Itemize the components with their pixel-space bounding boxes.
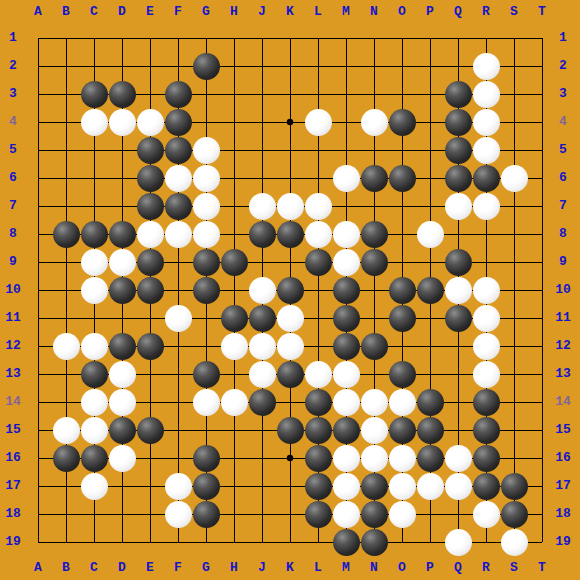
intersection[interactable] bbox=[52, 528, 80, 556]
intersection[interactable] bbox=[164, 52, 192, 80]
intersection[interactable] bbox=[220, 248, 248, 276]
intersection[interactable] bbox=[248, 444, 276, 472]
intersection[interactable] bbox=[220, 388, 248, 416]
intersection[interactable] bbox=[332, 136, 360, 164]
intersection[interactable] bbox=[192, 248, 220, 276]
intersection[interactable] bbox=[24, 332, 52, 360]
intersection[interactable] bbox=[164, 360, 192, 388]
intersection[interactable] bbox=[332, 416, 360, 444]
intersection[interactable] bbox=[500, 472, 528, 500]
intersection[interactable] bbox=[136, 332, 164, 360]
intersection[interactable] bbox=[444, 192, 472, 220]
intersection[interactable] bbox=[276, 24, 304, 52]
intersection[interactable] bbox=[164, 136, 192, 164]
intersection[interactable] bbox=[24, 52, 52, 80]
intersection[interactable] bbox=[248, 220, 276, 248]
intersection[interactable] bbox=[52, 108, 80, 136]
intersection[interactable] bbox=[500, 500, 528, 528]
intersection[interactable] bbox=[472, 24, 500, 52]
intersection[interactable] bbox=[360, 24, 388, 52]
intersection[interactable] bbox=[52, 276, 80, 304]
intersection[interactable] bbox=[52, 192, 80, 220]
intersection[interactable] bbox=[332, 528, 360, 556]
intersection[interactable] bbox=[108, 24, 136, 52]
intersection[interactable] bbox=[52, 360, 80, 388]
intersection[interactable] bbox=[276, 444, 304, 472]
intersection[interactable] bbox=[248, 472, 276, 500]
intersection[interactable] bbox=[472, 528, 500, 556]
intersection[interactable] bbox=[416, 220, 444, 248]
intersection[interactable] bbox=[388, 52, 416, 80]
intersection[interactable] bbox=[80, 360, 108, 388]
intersection[interactable] bbox=[360, 276, 388, 304]
intersection[interactable] bbox=[220, 304, 248, 332]
intersection[interactable] bbox=[332, 304, 360, 332]
intersection[interactable] bbox=[472, 108, 500, 136]
intersection[interactable] bbox=[24, 304, 52, 332]
intersection[interactable] bbox=[500, 24, 528, 52]
intersection[interactable] bbox=[276, 416, 304, 444]
intersection[interactable] bbox=[192, 192, 220, 220]
intersection[interactable] bbox=[360, 108, 388, 136]
intersection[interactable] bbox=[276, 192, 304, 220]
intersection[interactable] bbox=[164, 80, 192, 108]
intersection[interactable] bbox=[472, 472, 500, 500]
intersection[interactable] bbox=[108, 136, 136, 164]
intersection[interactable] bbox=[388, 192, 416, 220]
intersection[interactable] bbox=[444, 388, 472, 416]
intersection[interactable] bbox=[472, 80, 500, 108]
intersection[interactable] bbox=[416, 192, 444, 220]
intersection[interactable] bbox=[108, 220, 136, 248]
intersection[interactable] bbox=[276, 360, 304, 388]
intersection[interactable] bbox=[192, 24, 220, 52]
intersection[interactable] bbox=[248, 388, 276, 416]
intersection[interactable] bbox=[388, 248, 416, 276]
intersection[interactable] bbox=[220, 220, 248, 248]
intersection[interactable] bbox=[472, 220, 500, 248]
intersection[interactable] bbox=[472, 136, 500, 164]
intersection[interactable] bbox=[248, 248, 276, 276]
intersection[interactable] bbox=[416, 248, 444, 276]
intersection[interactable] bbox=[192, 472, 220, 500]
intersection[interactable] bbox=[500, 192, 528, 220]
intersection[interactable] bbox=[248, 136, 276, 164]
intersection[interactable] bbox=[220, 164, 248, 192]
intersection[interactable] bbox=[24, 164, 52, 192]
intersection[interactable] bbox=[416, 444, 444, 472]
intersection[interactable] bbox=[248, 528, 276, 556]
intersection[interactable] bbox=[52, 388, 80, 416]
intersection[interactable] bbox=[52, 500, 80, 528]
intersection[interactable] bbox=[332, 220, 360, 248]
intersection[interactable] bbox=[360, 416, 388, 444]
intersection[interactable] bbox=[164, 472, 192, 500]
intersection[interactable] bbox=[136, 136, 164, 164]
intersection[interactable] bbox=[52, 24, 80, 52]
intersection[interactable] bbox=[108, 192, 136, 220]
intersection[interactable] bbox=[248, 416, 276, 444]
intersection[interactable] bbox=[136, 24, 164, 52]
intersection[interactable] bbox=[500, 164, 528, 192]
intersection[interactable] bbox=[444, 528, 472, 556]
intersection[interactable] bbox=[220, 528, 248, 556]
intersection[interactable] bbox=[108, 360, 136, 388]
intersection[interactable] bbox=[444, 80, 472, 108]
intersection[interactable] bbox=[108, 528, 136, 556]
intersection[interactable] bbox=[472, 52, 500, 80]
intersection[interactable] bbox=[192, 164, 220, 192]
intersection[interactable] bbox=[304, 164, 332, 192]
intersection[interactable] bbox=[80, 388, 108, 416]
intersection[interactable] bbox=[276, 388, 304, 416]
intersection[interactable] bbox=[276, 164, 304, 192]
intersection[interactable] bbox=[304, 248, 332, 276]
intersection[interactable] bbox=[472, 444, 500, 472]
intersection[interactable] bbox=[500, 276, 528, 304]
intersection[interactable] bbox=[108, 416, 136, 444]
intersection[interactable] bbox=[164, 444, 192, 472]
intersection[interactable] bbox=[332, 444, 360, 472]
intersection[interactable] bbox=[388, 24, 416, 52]
intersection[interactable] bbox=[444, 276, 472, 304]
intersection[interactable] bbox=[388, 136, 416, 164]
intersection[interactable] bbox=[304, 304, 332, 332]
intersection[interactable] bbox=[136, 360, 164, 388]
intersection[interactable] bbox=[416, 52, 444, 80]
intersection[interactable] bbox=[444, 220, 472, 248]
intersection[interactable] bbox=[332, 332, 360, 360]
intersection[interactable] bbox=[164, 220, 192, 248]
intersection[interactable] bbox=[24, 388, 52, 416]
intersection[interactable] bbox=[332, 500, 360, 528]
intersection[interactable] bbox=[192, 332, 220, 360]
intersection[interactable] bbox=[500, 52, 528, 80]
intersection[interactable] bbox=[52, 136, 80, 164]
intersection[interactable] bbox=[80, 136, 108, 164]
intersection[interactable] bbox=[80, 276, 108, 304]
intersection[interactable] bbox=[360, 248, 388, 276]
intersection[interactable] bbox=[220, 332, 248, 360]
intersection[interactable] bbox=[24, 360, 52, 388]
intersection[interactable] bbox=[304, 360, 332, 388]
intersection[interactable] bbox=[24, 248, 52, 276]
intersection[interactable] bbox=[500, 136, 528, 164]
intersection[interactable] bbox=[164, 388, 192, 416]
intersection[interactable] bbox=[164, 500, 192, 528]
intersection[interactable] bbox=[416, 500, 444, 528]
intersection[interactable] bbox=[388, 276, 416, 304]
intersection[interactable] bbox=[388, 500, 416, 528]
intersection[interactable] bbox=[80, 472, 108, 500]
intersection[interactable] bbox=[80, 164, 108, 192]
intersection[interactable] bbox=[24, 80, 52, 108]
intersection[interactable] bbox=[416, 164, 444, 192]
intersection[interactable] bbox=[360, 136, 388, 164]
intersection[interactable] bbox=[360, 164, 388, 192]
intersection[interactable] bbox=[360, 192, 388, 220]
intersection[interactable] bbox=[472, 416, 500, 444]
intersection[interactable] bbox=[304, 500, 332, 528]
intersection[interactable] bbox=[136, 304, 164, 332]
intersection[interactable] bbox=[24, 192, 52, 220]
intersection[interactable] bbox=[192, 360, 220, 388]
intersection[interactable] bbox=[276, 500, 304, 528]
intersection[interactable] bbox=[416, 304, 444, 332]
intersection[interactable] bbox=[80, 500, 108, 528]
intersection[interactable] bbox=[500, 360, 528, 388]
intersection[interactable] bbox=[360, 528, 388, 556]
intersection[interactable] bbox=[136, 388, 164, 416]
intersection[interactable] bbox=[276, 304, 304, 332]
intersection[interactable] bbox=[164, 24, 192, 52]
intersection[interactable] bbox=[388, 444, 416, 472]
intersection[interactable] bbox=[24, 136, 52, 164]
intersection[interactable] bbox=[304, 528, 332, 556]
intersection[interactable] bbox=[500, 416, 528, 444]
intersection[interactable] bbox=[24, 108, 52, 136]
intersection[interactable] bbox=[192, 444, 220, 472]
intersection[interactable] bbox=[136, 248, 164, 276]
intersection[interactable] bbox=[52, 416, 80, 444]
intersection[interactable] bbox=[500, 108, 528, 136]
intersection[interactable] bbox=[388, 164, 416, 192]
intersection[interactable] bbox=[500, 304, 528, 332]
intersection[interactable] bbox=[80, 220, 108, 248]
intersection[interactable] bbox=[164, 192, 192, 220]
intersection[interactable] bbox=[220, 276, 248, 304]
intersection[interactable] bbox=[332, 192, 360, 220]
intersection[interactable] bbox=[248, 52, 276, 80]
intersection[interactable] bbox=[388, 360, 416, 388]
intersection[interactable] bbox=[220, 24, 248, 52]
intersection[interactable] bbox=[192, 500, 220, 528]
intersection[interactable] bbox=[304, 220, 332, 248]
intersection[interactable] bbox=[416, 528, 444, 556]
intersection[interactable] bbox=[444, 304, 472, 332]
intersection[interactable] bbox=[136, 164, 164, 192]
intersection[interactable] bbox=[52, 472, 80, 500]
intersection[interactable] bbox=[500, 332, 528, 360]
intersection[interactable] bbox=[248, 332, 276, 360]
intersection[interactable] bbox=[80, 192, 108, 220]
intersection[interactable] bbox=[416, 24, 444, 52]
intersection[interactable] bbox=[416, 136, 444, 164]
intersection[interactable] bbox=[136, 500, 164, 528]
intersection[interactable] bbox=[24, 472, 52, 500]
intersection[interactable] bbox=[444, 444, 472, 472]
intersection[interactable] bbox=[220, 80, 248, 108]
intersection[interactable] bbox=[388, 220, 416, 248]
intersection[interactable] bbox=[360, 500, 388, 528]
intersection[interactable] bbox=[220, 444, 248, 472]
intersection[interactable] bbox=[472, 332, 500, 360]
intersection[interactable] bbox=[360, 444, 388, 472]
intersection[interactable] bbox=[388, 472, 416, 500]
intersection[interactable] bbox=[24, 416, 52, 444]
intersection[interactable] bbox=[304, 52, 332, 80]
intersection[interactable] bbox=[24, 444, 52, 472]
intersection[interactable] bbox=[332, 164, 360, 192]
intersection[interactable] bbox=[108, 164, 136, 192]
intersection[interactable] bbox=[276, 52, 304, 80]
intersection[interactable] bbox=[80, 52, 108, 80]
intersection[interactable] bbox=[276, 528, 304, 556]
intersection[interactable] bbox=[108, 388, 136, 416]
intersection[interactable] bbox=[192, 416, 220, 444]
intersection[interactable] bbox=[304, 416, 332, 444]
intersection[interactable] bbox=[164, 416, 192, 444]
intersection[interactable] bbox=[52, 52, 80, 80]
intersection[interactable] bbox=[80, 248, 108, 276]
intersection[interactable] bbox=[360, 472, 388, 500]
intersection[interactable] bbox=[388, 80, 416, 108]
intersection[interactable] bbox=[108, 108, 136, 136]
intersection[interactable] bbox=[192, 136, 220, 164]
intersection[interactable] bbox=[276, 332, 304, 360]
intersection[interactable] bbox=[80, 24, 108, 52]
intersection[interactable] bbox=[332, 80, 360, 108]
intersection[interactable] bbox=[108, 332, 136, 360]
intersection[interactable] bbox=[444, 108, 472, 136]
intersection[interactable] bbox=[248, 108, 276, 136]
intersection[interactable] bbox=[108, 444, 136, 472]
intersection[interactable] bbox=[24, 528, 52, 556]
intersection[interactable] bbox=[24, 500, 52, 528]
intersection[interactable] bbox=[220, 136, 248, 164]
intersection[interactable] bbox=[388, 108, 416, 136]
intersection[interactable] bbox=[164, 164, 192, 192]
intersection[interactable] bbox=[248, 500, 276, 528]
intersection[interactable] bbox=[332, 248, 360, 276]
intersection[interactable] bbox=[444, 248, 472, 276]
intersection[interactable] bbox=[444, 472, 472, 500]
intersection[interactable] bbox=[360, 52, 388, 80]
intersection[interactable] bbox=[332, 276, 360, 304]
intersection[interactable] bbox=[444, 164, 472, 192]
intersection[interactable] bbox=[500, 248, 528, 276]
intersection[interactable] bbox=[248, 360, 276, 388]
intersection[interactable] bbox=[444, 416, 472, 444]
intersection[interactable] bbox=[304, 472, 332, 500]
intersection[interactable] bbox=[444, 24, 472, 52]
intersection[interactable] bbox=[332, 388, 360, 416]
intersection[interactable] bbox=[24, 24, 52, 52]
intersection[interactable] bbox=[136, 108, 164, 136]
intersection[interactable] bbox=[52, 248, 80, 276]
intersection[interactable] bbox=[136, 276, 164, 304]
intersection[interactable] bbox=[220, 416, 248, 444]
intersection[interactable] bbox=[80, 416, 108, 444]
intersection[interactable] bbox=[80, 332, 108, 360]
intersection[interactable] bbox=[164, 304, 192, 332]
intersection[interactable] bbox=[304, 444, 332, 472]
intersection[interactable] bbox=[52, 444, 80, 472]
intersection[interactable] bbox=[24, 220, 52, 248]
intersection[interactable] bbox=[248, 276, 276, 304]
intersection[interactable] bbox=[304, 80, 332, 108]
intersection[interactable] bbox=[276, 108, 304, 136]
intersection[interactable] bbox=[136, 80, 164, 108]
intersection[interactable] bbox=[500, 388, 528, 416]
intersection[interactable] bbox=[416, 108, 444, 136]
intersection[interactable] bbox=[192, 304, 220, 332]
intersection[interactable] bbox=[192, 276, 220, 304]
intersection[interactable] bbox=[108, 80, 136, 108]
intersection[interactable] bbox=[220, 472, 248, 500]
intersection[interactable] bbox=[164, 332, 192, 360]
intersection[interactable] bbox=[192, 528, 220, 556]
intersection[interactable] bbox=[220, 108, 248, 136]
intersection[interactable] bbox=[444, 500, 472, 528]
intersection[interactable] bbox=[80, 528, 108, 556]
intersection[interactable] bbox=[136, 52, 164, 80]
intersection[interactable] bbox=[444, 360, 472, 388]
intersection[interactable] bbox=[248, 24, 276, 52]
intersection[interactable] bbox=[500, 528, 528, 556]
intersection[interactable] bbox=[304, 388, 332, 416]
intersection[interactable] bbox=[164, 276, 192, 304]
intersection[interactable] bbox=[444, 136, 472, 164]
intersection[interactable] bbox=[164, 108, 192, 136]
intersection[interactable] bbox=[472, 192, 500, 220]
intersection[interactable] bbox=[332, 472, 360, 500]
intersection[interactable] bbox=[472, 276, 500, 304]
intersection[interactable] bbox=[472, 304, 500, 332]
intersection[interactable] bbox=[360, 388, 388, 416]
intersection[interactable] bbox=[108, 52, 136, 80]
intersection[interactable] bbox=[472, 500, 500, 528]
intersection[interactable] bbox=[220, 192, 248, 220]
intersection[interactable] bbox=[136, 472, 164, 500]
intersection[interactable] bbox=[276, 220, 304, 248]
intersection[interactable] bbox=[80, 444, 108, 472]
intersection[interactable] bbox=[248, 304, 276, 332]
intersection[interactable] bbox=[416, 332, 444, 360]
intersection[interactable] bbox=[444, 52, 472, 80]
intersection[interactable] bbox=[360, 304, 388, 332]
intersection[interactable] bbox=[416, 80, 444, 108]
intersection[interactable] bbox=[500, 80, 528, 108]
intersection[interactable] bbox=[248, 164, 276, 192]
intersection[interactable] bbox=[360, 220, 388, 248]
intersection[interactable] bbox=[472, 164, 500, 192]
intersection[interactable] bbox=[472, 388, 500, 416]
intersection[interactable] bbox=[52, 332, 80, 360]
intersection[interactable] bbox=[388, 528, 416, 556]
intersection[interactable] bbox=[304, 136, 332, 164]
intersection[interactable] bbox=[164, 248, 192, 276]
intersection[interactable] bbox=[192, 388, 220, 416]
intersection[interactable] bbox=[416, 360, 444, 388]
intersection[interactable] bbox=[108, 304, 136, 332]
intersection[interactable] bbox=[416, 472, 444, 500]
intersection[interactable] bbox=[500, 220, 528, 248]
intersection[interactable] bbox=[52, 304, 80, 332]
intersection[interactable] bbox=[388, 304, 416, 332]
intersection[interactable] bbox=[276, 80, 304, 108]
intersection[interactable] bbox=[248, 192, 276, 220]
intersection[interactable] bbox=[164, 528, 192, 556]
intersection[interactable] bbox=[192, 220, 220, 248]
intersection[interactable] bbox=[220, 500, 248, 528]
intersection[interactable] bbox=[248, 80, 276, 108]
intersection[interactable] bbox=[220, 52, 248, 80]
intersection[interactable] bbox=[108, 500, 136, 528]
intersection[interactable] bbox=[472, 360, 500, 388]
intersection[interactable] bbox=[360, 360, 388, 388]
intersection[interactable] bbox=[220, 360, 248, 388]
